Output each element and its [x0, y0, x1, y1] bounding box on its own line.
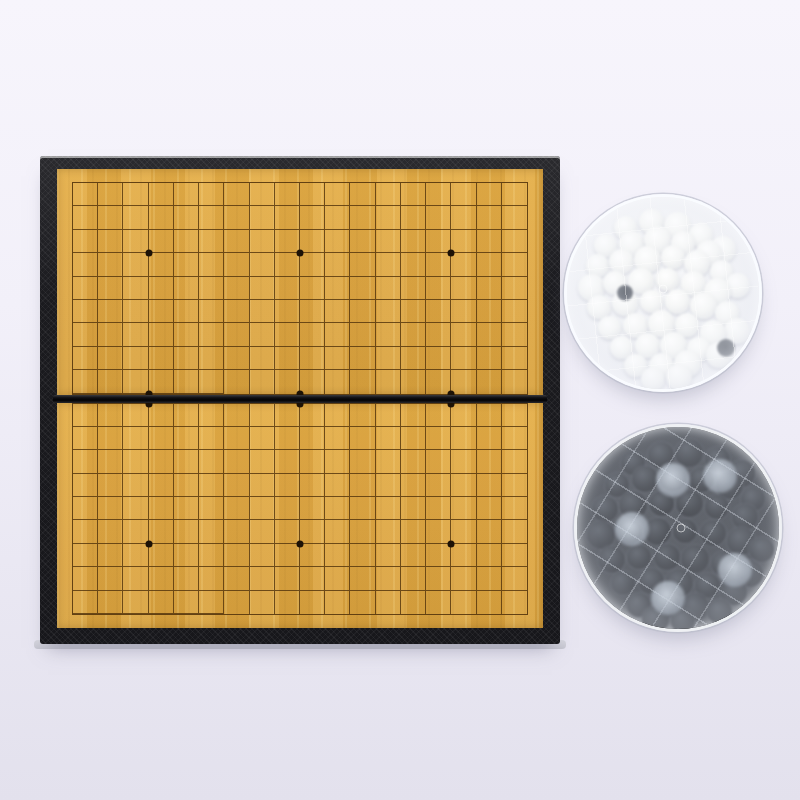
grid-cell [275, 450, 300, 473]
grid-cell [376, 206, 401, 229]
grid-cell [502, 300, 527, 323]
lid-bump [651, 581, 685, 615]
grid-cell [73, 427, 98, 450]
grid-cell [174, 300, 199, 323]
grid-cell [477, 544, 502, 567]
grid-cell [401, 567, 426, 590]
grid-cell [149, 347, 174, 370]
grid-cell [174, 323, 199, 346]
grid-cell [502, 567, 527, 590]
grid-cell [325, 347, 350, 370]
grid-cell [325, 474, 350, 497]
grid-cell [300, 347, 325, 370]
go-stone-white [641, 367, 665, 391]
grid-cell [73, 591, 98, 614]
grid-cell [426, 450, 451, 473]
grid-cell [502, 427, 527, 450]
grid-cell [451, 183, 476, 206]
grid-cell [98, 591, 123, 614]
grid-cell [250, 497, 275, 520]
grid-cell [98, 427, 123, 450]
grid-cell [426, 474, 451, 497]
board-lower-half [57, 403, 543, 629]
grid-cell [199, 520, 224, 543]
grid-cell [451, 230, 476, 253]
grid-cell [451, 277, 476, 300]
grid-cell [350, 323, 375, 346]
grid-cell [199, 370, 224, 393]
grid-cell [149, 427, 174, 450]
grid-cell [98, 323, 123, 346]
grid-cell [123, 404, 148, 427]
product-photo-scene [0, 0, 800, 800]
grid-cell [250, 183, 275, 206]
grid-cell [250, 206, 275, 229]
grid-cell [98, 567, 123, 590]
grid-cell [98, 544, 123, 567]
grid-cell [401, 206, 426, 229]
grid-cell [325, 300, 350, 323]
grid-cell [98, 474, 123, 497]
go-board [40, 156, 560, 644]
grid-cell [350, 277, 375, 300]
star-point [448, 540, 455, 547]
grid-cell [502, 230, 527, 253]
grid-cell [250, 450, 275, 473]
grid-cell [199, 544, 224, 567]
grid-cell [300, 300, 325, 323]
grid-cell [275, 253, 300, 276]
grid-cell [149, 277, 174, 300]
grid-cell [224, 183, 249, 206]
grid-cell [149, 370, 174, 393]
grid-cell [502, 404, 527, 427]
grid-cell [325, 567, 350, 590]
grid-cell [350, 347, 375, 370]
grid-cell [199, 427, 224, 450]
grid-cell [149, 183, 174, 206]
grid-cell [426, 323, 451, 346]
grid-cell [426, 277, 451, 300]
grid-cell [199, 450, 224, 473]
grid-cell [477, 591, 502, 614]
grid-cell [199, 567, 224, 590]
star-point [448, 250, 455, 257]
grid-cell [98, 450, 123, 473]
grid-cell [376, 230, 401, 253]
grid-cell [325, 427, 350, 450]
grid-cell [199, 230, 224, 253]
grid-cell [174, 450, 199, 473]
grid-cell [224, 497, 249, 520]
grid-cell [502, 183, 527, 206]
grid-cell [451, 370, 476, 393]
grid-cell [300, 253, 325, 276]
grid-cell [502, 206, 527, 229]
go-grid-lower [72, 403, 528, 616]
grid-cell [275, 230, 300, 253]
grid-cell [325, 497, 350, 520]
grid-cell [224, 591, 249, 614]
grid-cell [477, 347, 502, 370]
grid-cell [300, 370, 325, 393]
grid-cell [300, 427, 325, 450]
grid-cell [123, 474, 148, 497]
grid-cell [73, 253, 98, 276]
grid-cell [275, 427, 300, 450]
grid-cell [477, 323, 502, 346]
grid-cell [477, 567, 502, 590]
go-stone-white [665, 289, 690, 314]
grid-cell [376, 591, 401, 614]
grid-cell [401, 347, 426, 370]
grid-cell [325, 277, 350, 300]
grid-cell [149, 520, 174, 543]
grid-cell [149, 567, 174, 590]
grid-cell [174, 567, 199, 590]
grid-cell [477, 253, 502, 276]
grid-cell [224, 567, 249, 590]
grid-cell [350, 206, 375, 229]
grid-cell [149, 474, 174, 497]
grid-cell [451, 206, 476, 229]
grid-cell [174, 347, 199, 370]
go-stone-white [586, 254, 609, 277]
grid-cell [174, 183, 199, 206]
grid-cell [477, 427, 502, 450]
grid-cell [73, 370, 98, 393]
star-point [145, 250, 152, 257]
grid-cell [73, 567, 98, 590]
fold-hinge-seam [53, 395, 547, 403]
grid-cell [224, 427, 249, 450]
grid-cell [451, 253, 476, 276]
grid-cell [224, 520, 249, 543]
grid-cell [502, 323, 527, 346]
grid-cell [250, 404, 275, 427]
grid-cell [149, 544, 174, 567]
grid-cell [401, 404, 426, 427]
grid-cell [98, 520, 123, 543]
grid-cell [199, 404, 224, 427]
grid-cell [300, 323, 325, 346]
grid-cell [502, 474, 527, 497]
grid-cell [224, 404, 249, 427]
grid-cell [174, 206, 199, 229]
grid-cell [250, 230, 275, 253]
grid-cell [376, 253, 401, 276]
grid-cell [123, 497, 148, 520]
grid-cell [401, 323, 426, 346]
grid-cell [98, 206, 123, 229]
grid-cell [123, 544, 148, 567]
grid-cell [376, 370, 401, 393]
grid-cell [250, 544, 275, 567]
grid-cell [300, 183, 325, 206]
grid-cell [401, 474, 426, 497]
grid-cell [477, 474, 502, 497]
grid-cell [123, 300, 148, 323]
grid-cell [300, 591, 325, 614]
grid-cell [174, 427, 199, 450]
grid-cell [250, 474, 275, 497]
grid-cell [123, 206, 148, 229]
grid-cell [325, 370, 350, 393]
grid-cell [98, 300, 123, 323]
grid-cell [73, 183, 98, 206]
grid-cell [401, 277, 426, 300]
grid-cell [275, 300, 300, 323]
grid-cell [451, 427, 476, 450]
grid-cell [451, 497, 476, 520]
grid-cell [275, 520, 300, 543]
grid-cell [502, 347, 527, 370]
grid-cell [199, 347, 224, 370]
star-point [297, 250, 304, 257]
grid-cell [376, 183, 401, 206]
go-grid-upper [72, 182, 528, 395]
grid-cell [149, 323, 174, 346]
grid-cell [123, 567, 148, 590]
grid-cell [199, 497, 224, 520]
grid-cell [300, 404, 325, 427]
grid-cell [149, 300, 174, 323]
star-point [297, 390, 304, 395]
grid-cell [300, 567, 325, 590]
star-point [145, 540, 152, 547]
grid-cell [123, 277, 148, 300]
grid-cell [199, 183, 224, 206]
grid-cell [174, 277, 199, 300]
grid-cell [401, 591, 426, 614]
grid-cell [376, 404, 401, 427]
grid-cell [250, 347, 275, 370]
grid-cell [350, 230, 375, 253]
go-stone-white [609, 249, 634, 274]
grid-cell [502, 450, 527, 473]
grid-cell [477, 206, 502, 229]
grid-cell [224, 347, 249, 370]
grid-cell [426, 300, 451, 323]
grid-cell [325, 206, 350, 229]
grid-cell [199, 591, 224, 614]
grid-cell [502, 497, 527, 520]
grid-cell [275, 323, 300, 346]
lid-bump [718, 553, 752, 587]
grid-cell [325, 520, 350, 543]
grid-cell [350, 370, 375, 393]
grid-cell [350, 591, 375, 614]
grid-cell [502, 591, 527, 614]
grid-cell [149, 497, 174, 520]
grid-cell [350, 183, 375, 206]
grid-cell [300, 230, 325, 253]
grid-cell [350, 253, 375, 276]
grid-cell [73, 206, 98, 229]
grid-cell [174, 474, 199, 497]
grid-cell [275, 497, 300, 520]
grid-cell [98, 277, 123, 300]
grid-cell [376, 450, 401, 473]
grid-cell [300, 497, 325, 520]
grid-cell [123, 591, 148, 614]
grid-cell [174, 497, 199, 520]
grid-cell [224, 370, 249, 393]
grid-cell [426, 544, 451, 567]
grid-cell [98, 404, 123, 427]
grid-cell [123, 347, 148, 370]
grid-cell [275, 370, 300, 393]
grid-cell [477, 404, 502, 427]
grid-cell [325, 591, 350, 614]
grid-cell [426, 427, 451, 450]
grid-cell [73, 230, 98, 253]
grid-cell [376, 323, 401, 346]
grid-cell [451, 591, 476, 614]
grid-cell [149, 404, 174, 427]
grid-cell [426, 183, 451, 206]
go-stone-white [598, 316, 621, 339]
grid-cell [149, 253, 174, 276]
grid-cell [325, 544, 350, 567]
grid-cell [250, 253, 275, 276]
grid-cell [401, 183, 426, 206]
grid-cell [451, 544, 476, 567]
grid-cell [149, 591, 174, 614]
grid-cell [250, 370, 275, 393]
grid-cell [199, 206, 224, 229]
grid-cell [174, 520, 199, 543]
grid-cell [224, 474, 249, 497]
grid-cell [224, 230, 249, 253]
grid-cell [325, 404, 350, 427]
grid-cell [426, 347, 451, 370]
grid-cell [300, 474, 325, 497]
grid-cell [98, 497, 123, 520]
grid-cell [451, 567, 476, 590]
grid-cell [477, 300, 502, 323]
grid-cell [73, 450, 98, 473]
grid-cell [325, 183, 350, 206]
grid-cell [426, 591, 451, 614]
grid-cell [224, 277, 249, 300]
grid-cell [376, 300, 401, 323]
grid-cell [477, 230, 502, 253]
grid-cell [300, 206, 325, 229]
grid-cell [451, 323, 476, 346]
grid-cell [123, 370, 148, 393]
grid-cell [477, 183, 502, 206]
lid-bump [615, 512, 649, 546]
grid-cell [250, 323, 275, 346]
grid-cell [224, 206, 249, 229]
grid-cell [98, 230, 123, 253]
lid-center-mark [677, 524, 686, 533]
board-upper-half [57, 169, 543, 395]
grid-cell [300, 544, 325, 567]
grid-cell [174, 253, 199, 276]
grid-cell [502, 253, 527, 276]
grid-cell [477, 450, 502, 473]
grid-cell [275, 474, 300, 497]
grid-cell [275, 347, 300, 370]
grid-cell [275, 544, 300, 567]
grid-cell [376, 497, 401, 520]
grid-cell [451, 474, 476, 497]
grid-cell [401, 230, 426, 253]
grid-cell [502, 520, 527, 543]
grid-cell [73, 544, 98, 567]
grid-cell [174, 404, 199, 427]
dark-gap [617, 285, 633, 301]
grid-cell [73, 300, 98, 323]
grid-cell [123, 520, 148, 543]
grid-cell [350, 497, 375, 520]
grid-cell [426, 520, 451, 543]
grid-cell [401, 520, 426, 543]
grid-cell [426, 230, 451, 253]
star-point [297, 540, 304, 547]
grid-cell [376, 567, 401, 590]
go-stone-white [640, 290, 663, 313]
grid-cell [224, 300, 249, 323]
star-point [448, 390, 455, 395]
grid-cell [401, 300, 426, 323]
grid-cell [73, 277, 98, 300]
grid-cell [426, 404, 451, 427]
grid-cell [275, 183, 300, 206]
grid-cell [401, 427, 426, 450]
grid-cell [73, 347, 98, 370]
grid-cell [199, 474, 224, 497]
grid-cell [350, 544, 375, 567]
grid-cell [275, 404, 300, 427]
grid-cell [502, 277, 527, 300]
grid-cell [502, 370, 527, 393]
grid-cell [149, 230, 174, 253]
grid-cell [98, 370, 123, 393]
grid-cell [477, 277, 502, 300]
grid-cell [401, 370, 426, 393]
grid-cell [376, 277, 401, 300]
go-stone-white [661, 245, 685, 269]
dark-gap [717, 339, 735, 357]
grid-cell [123, 323, 148, 346]
grid-cell [325, 230, 350, 253]
grid-cell [123, 427, 148, 450]
grid-cell [73, 323, 98, 346]
grid-cell [426, 567, 451, 590]
grid-cell [149, 206, 174, 229]
grid-cell [224, 544, 249, 567]
grid-cell [325, 323, 350, 346]
grid-cell [426, 206, 451, 229]
black-stones-container [574, 424, 782, 632]
grid-cell [174, 230, 199, 253]
grid-cell [376, 520, 401, 543]
grid-cell [123, 253, 148, 276]
grid-cell [174, 370, 199, 393]
grid-cell [325, 450, 350, 473]
grid-cell [300, 450, 325, 473]
star-point [145, 390, 152, 395]
white-stones-container [564, 194, 762, 392]
grid-cell [401, 253, 426, 276]
grid-cell [199, 277, 224, 300]
grid-cell [250, 591, 275, 614]
go-stone-white [666, 364, 692, 390]
grid-cell [451, 450, 476, 473]
